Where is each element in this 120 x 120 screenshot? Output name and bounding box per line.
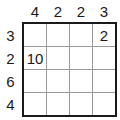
cell-r4c1[interactable]	[24, 93, 46, 115]
cell-r1c3[interactable]	[70, 24, 92, 46]
cell-r2c2[interactable]	[47, 47, 69, 69]
row-clue-1: 3	[0, 24, 21, 46]
col-clue-2: 2	[47, 3, 69, 21]
cell-r4c3[interactable]	[70, 93, 92, 115]
cell-r2c3[interactable]	[70, 47, 92, 69]
cell-r4c4[interactable]	[93, 93, 115, 115]
cell-r2c4[interactable]	[93, 47, 115, 69]
cell-r1c4[interactable]: 2	[93, 24, 115, 46]
cell-r3c1[interactable]	[24, 70, 46, 92]
cell-r2c1[interactable]: 10	[24, 47, 46, 69]
row-clue-2: 2	[0, 47, 21, 69]
row-clues: 3 2 6 4	[0, 24, 21, 115]
row-clue-4: 4	[0, 93, 21, 115]
col-clue-1: 4	[24, 3, 46, 21]
puzzle-grid: 2 10	[22, 22, 117, 117]
cell-r1c2[interactable]	[47, 24, 69, 46]
cell-r4c2[interactable]	[47, 93, 69, 115]
col-clue-4: 3	[93, 3, 115, 21]
cell-r1c1[interactable]	[24, 24, 46, 46]
row-clue-3: 6	[0, 70, 21, 92]
puzzle-canvas: 4 2 2 3 3 2 6 4 2 10	[0, 0, 120, 120]
cell-r3c4[interactable]	[93, 70, 115, 92]
column-clues: 4 2 2 3	[24, 3, 115, 21]
col-clue-3: 2	[70, 3, 92, 21]
cell-r3c3[interactable]	[70, 70, 92, 92]
cell-r3c2[interactable]	[47, 70, 69, 92]
